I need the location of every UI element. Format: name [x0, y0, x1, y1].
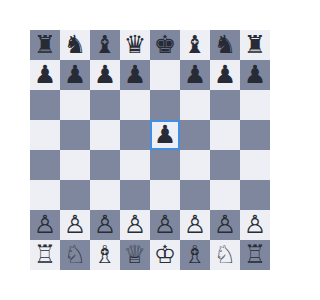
square-c3[interactable] — [90, 180, 120, 210]
square-e7[interactable] — [150, 60, 180, 90]
square-f1[interactable]: ♗ — [180, 240, 210, 270]
square-h5[interactable] — [240, 120, 270, 150]
piece-black-king[interactable]: ♚ — [154, 32, 176, 57]
piece-white-pawn[interactable]: ♙ — [184, 212, 206, 237]
square-d4[interactable] — [120, 150, 150, 180]
piece-white-rook[interactable]: ♖ — [34, 242, 56, 267]
square-g6[interactable] — [210, 90, 240, 120]
piece-black-pawn[interactable]: ♟ — [214, 62, 236, 87]
square-f3[interactable] — [180, 180, 210, 210]
piece-black-rook[interactable]: ♜ — [34, 32, 56, 57]
piece-black-pawn[interactable]: ♟ — [94, 62, 116, 87]
square-c1[interactable]: ♗ — [90, 240, 120, 270]
square-f8[interactable]: ♝ — [180, 30, 210, 60]
square-a2[interactable]: ♙ — [30, 210, 60, 240]
square-a5[interactable] — [30, 120, 60, 150]
piece-white-pawn[interactable]: ♙ — [64, 212, 86, 237]
square-b8[interactable]: ♞ — [60, 30, 90, 60]
square-h8[interactable]: ♜ — [240, 30, 270, 60]
square-h6[interactable] — [240, 90, 270, 120]
piece-black-knight[interactable]: ♞ — [214, 32, 236, 57]
square-h2[interactable]: ♙ — [240, 210, 270, 240]
square-f2[interactable]: ♙ — [180, 210, 210, 240]
square-c4[interactable] — [90, 150, 120, 180]
square-a1[interactable]: ♖ — [30, 240, 60, 270]
square-g8[interactable]: ♞ — [210, 30, 240, 60]
square-f6[interactable] — [180, 90, 210, 120]
piece-white-pawn[interactable]: ♙ — [244, 212, 266, 237]
square-b7[interactable]: ♟ — [60, 60, 90, 90]
square-e8[interactable]: ♚ — [150, 30, 180, 60]
square-b1[interactable]: ♘ — [60, 240, 90, 270]
square-g7[interactable]: ♟ — [210, 60, 240, 90]
square-h4[interactable] — [240, 150, 270, 180]
square-a8[interactable]: ♜ — [30, 30, 60, 60]
square-b5[interactable] — [60, 120, 90, 150]
square-d8[interactable]: ♛ — [120, 30, 150, 60]
piece-black-pawn[interactable]: ♟ — [184, 62, 206, 87]
square-b2[interactable]: ♙ — [60, 210, 90, 240]
square-g3[interactable] — [210, 180, 240, 210]
square-g4[interactable] — [210, 150, 240, 180]
square-b6[interactable] — [60, 90, 90, 120]
square-c8[interactable]: ♝ — [90, 30, 120, 60]
square-e5[interactable]: ♟ — [150, 120, 180, 150]
piece-black-rook[interactable]: ♜ — [244, 32, 266, 57]
square-c6[interactable] — [90, 90, 120, 120]
piece-white-knight[interactable]: ♘ — [64, 242, 86, 267]
square-h7[interactable]: ♟ — [240, 60, 270, 90]
square-a3[interactable] — [30, 180, 60, 210]
piece-black-bishop[interactable]: ♝ — [184, 32, 206, 57]
square-c2[interactable]: ♙ — [90, 210, 120, 240]
square-f5[interactable] — [180, 120, 210, 150]
square-h1[interactable]: ♖ — [240, 240, 270, 270]
piece-black-queen[interactable]: ♛ — [124, 32, 146, 57]
square-a4[interactable] — [30, 150, 60, 180]
piece-white-pawn[interactable]: ♙ — [34, 212, 56, 237]
square-d2[interactable]: ♙ — [120, 210, 150, 240]
square-d1[interactable]: ♕ — [120, 240, 150, 270]
square-g2[interactable]: ♙ — [210, 210, 240, 240]
piece-white-pawn[interactable]: ♙ — [124, 212, 146, 237]
square-d5[interactable] — [120, 120, 150, 150]
piece-white-queen[interactable]: ♕ — [124, 242, 146, 267]
square-e4[interactable] — [150, 150, 180, 180]
square-g5[interactable] — [210, 120, 240, 150]
piece-white-pawn[interactable]: ♙ — [154, 212, 176, 237]
square-d6[interactable] — [120, 90, 150, 120]
square-h3[interactable] — [240, 180, 270, 210]
square-e3[interactable] — [150, 180, 180, 210]
piece-white-rook[interactable]: ♖ — [244, 242, 266, 267]
piece-black-pawn[interactable]: ♟ — [34, 62, 56, 87]
piece-white-bishop[interactable]: ♗ — [94, 242, 116, 267]
square-a6[interactable] — [30, 90, 60, 120]
piece-black-pawn[interactable]: ♟ — [244, 62, 266, 87]
square-e2[interactable]: ♙ — [150, 210, 180, 240]
square-d7[interactable]: ♟ — [120, 60, 150, 90]
square-f4[interactable] — [180, 150, 210, 180]
chess-board: ♜♞♝♛♚♝♞♜♟♟♟♟♟♟♟♟♙♙♙♙♙♙♙♙♖♘♗♕♔♗♘♖ — [30, 30, 270, 270]
piece-black-pawn[interactable]: ♟ — [124, 62, 146, 87]
square-c7[interactable]: ♟ — [90, 60, 120, 90]
piece-black-bishop[interactable]: ♝ — [94, 32, 116, 57]
square-c5[interactable] — [90, 120, 120, 150]
piece-black-knight[interactable]: ♞ — [64, 32, 86, 57]
square-a7[interactable]: ♟ — [30, 60, 60, 90]
piece-white-bishop[interactable]: ♗ — [184, 242, 206, 267]
piece-black-pawn[interactable]: ♟ — [154, 122, 176, 147]
piece-white-king[interactable]: ♔ — [154, 242, 176, 267]
square-g1[interactable]: ♘ — [210, 240, 240, 270]
piece-white-pawn[interactable]: ♙ — [94, 212, 116, 237]
square-d3[interactable] — [120, 180, 150, 210]
square-e1[interactable]: ♔ — [150, 240, 180, 270]
square-e6[interactable] — [150, 90, 180, 120]
piece-white-pawn[interactable]: ♙ — [214, 212, 236, 237]
square-b3[interactable] — [60, 180, 90, 210]
square-b4[interactable] — [60, 150, 90, 180]
piece-white-knight[interactable]: ♘ — [214, 242, 236, 267]
piece-black-pawn[interactable]: ♟ — [64, 62, 86, 87]
square-f7[interactable]: ♟ — [180, 60, 210, 90]
